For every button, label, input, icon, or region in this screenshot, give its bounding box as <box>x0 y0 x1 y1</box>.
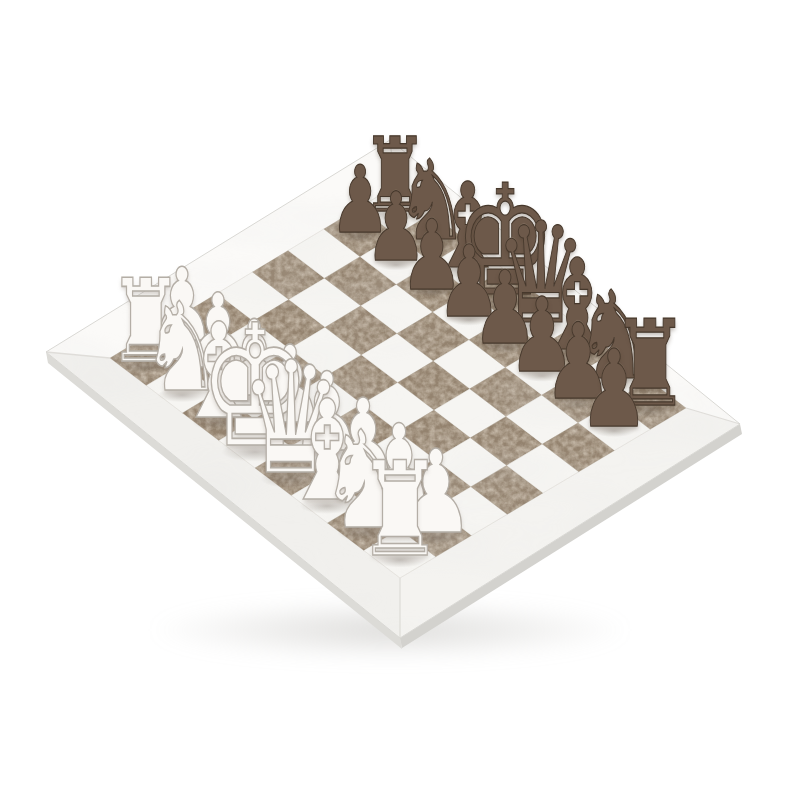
piece-white-rook-h1[interactable]: ♜ <box>356 444 443 575</box>
piece-dark-pawn-h7[interactable]: ♟ <box>579 336 650 443</box>
product-photo-canvas: ♜♞♝♚♛♝♞♜♟♟♟♟♟♟♟♟♟♟♟♟♟♟♟♟♜♞♝♚♛♝♞♜ <box>0 0 800 800</box>
